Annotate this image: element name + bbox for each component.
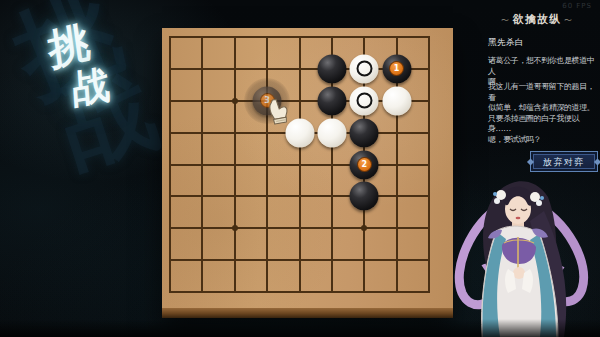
white-stone [382,86,411,115]
give-up-game-button[interactable]: 放弃对弈 [530,151,598,172]
white-stone [317,118,346,147]
black-stone [317,86,346,115]
grid-line-horizontal [169,164,430,166]
puzzle-objective: 黑先杀白 [488,37,524,49]
target-circle-marker [356,93,372,109]
black-stone [317,54,346,83]
game-screen: 挑 战 挑 战 123 〜欲擒故纵〜 黑先杀白 诸葛公子，想不到你也是横道中人 … [0,0,600,337]
move-number-badge: 1 [389,61,404,76]
grid-line-horizontal [169,227,430,229]
challenge-banner: 挑 战 挑 战 [10,0,160,180]
target-circle-marker [356,61,372,77]
black-stone: 1 [382,54,411,83]
grid-line-vertical [428,36,430,293]
title-flourish-right: 〜 [564,16,573,25]
go-board[interactable]: 123 [162,28,453,318]
npc-portrait [440,177,600,337]
white-stone [350,54,379,83]
puzzle-title-row: 〜欲擒故纵〜 [478,12,596,27]
banner-shadow-glyph: 挑 [0,0,140,127]
banner-shadow-glyph: 战 [45,47,171,193]
grid-line-horizontal [169,259,430,261]
board-side-edge [162,308,453,318]
fps-counter: 60 FPS [562,2,592,10]
banner-glyph-challenge-1: 挑 [45,13,94,79]
title-flourish-left: 〜 [501,16,510,25]
black-stone [350,182,379,211]
puzzle-title: 欲擒故纵 [513,13,561,26]
grid-line-horizontal [169,195,430,197]
npc-dialog-paragraph-2: 我这儿有一道哥哥留下的题目，看 似简单，却蕴含着精深的道理。 只要杀掉画圈的白子… [488,82,600,145]
move-number-badge: 2 [357,157,372,172]
white-stone [285,118,314,147]
black-stone: 2 [350,150,379,179]
banner-glyph-challenge-2: 战 [71,59,112,117]
black-stone [350,118,379,147]
star-point [232,98,238,104]
star-point [361,225,367,231]
grid-line-horizontal [169,291,430,293]
white-stone [350,86,379,115]
star-point [232,225,238,231]
hand-cursor-icon [264,96,292,126]
